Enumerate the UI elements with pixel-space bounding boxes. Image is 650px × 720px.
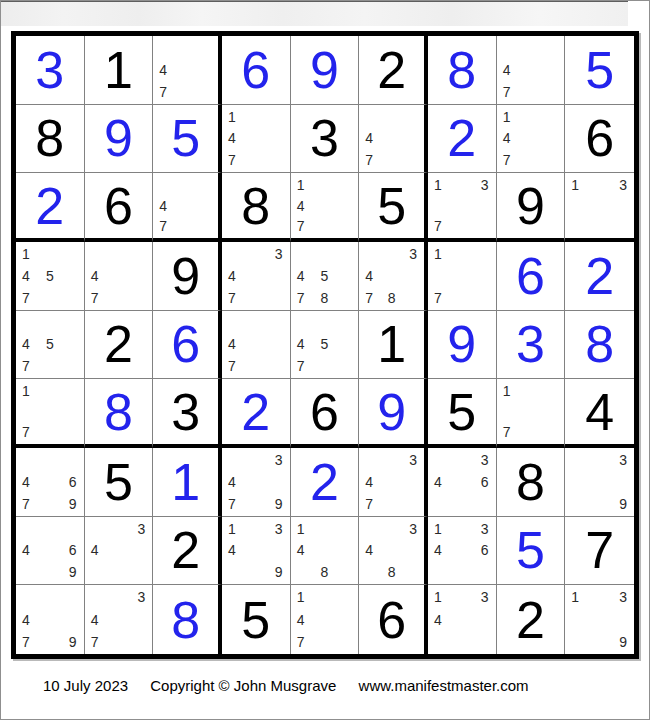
cell-r6c3[interactable]: 3 [153, 379, 222, 448]
cell-r8c5[interactable]: 148 [291, 517, 360, 586]
cell-value: 2 [516, 594, 545, 646]
candidate-digit: 7 [91, 291, 99, 305]
cell-r9c3[interactable]: 8 [153, 585, 222, 654]
candidate-digit: 7 [434, 219, 442, 233]
candidate-digit: 1 [297, 178, 305, 192]
cell-r1c1[interactable]: 3 [16, 36, 85, 105]
candidate-digit: 8 [321, 565, 329, 579]
candidate-digit: 4 [434, 475, 442, 489]
candidate-digit: 3 [481, 178, 489, 192]
pencilmarks: 148 [293, 519, 357, 583]
cell-r9c7[interactable]: 134 [428, 585, 497, 654]
cell-r3c5[interactable]: 147 [291, 173, 360, 242]
candidate-digit: 4 [228, 337, 236, 351]
cell-r8c9[interactable]: 7 [565, 517, 634, 586]
cell-r5c1[interactable]: 457 [16, 311, 85, 380]
candidate-digit: 1 [571, 590, 579, 604]
pencilmarks: 47 [361, 107, 422, 171]
candidate-digit: 5 [46, 337, 54, 351]
cell-r4c6[interactable]: 3478 [359, 242, 428, 311]
cell-value: 1 [104, 44, 133, 96]
candidate-digit: 7 [228, 497, 236, 511]
pencilmarks: 457 [18, 313, 82, 377]
candidate-digit: 7 [297, 635, 305, 649]
candidate-digit: 4 [22, 543, 30, 557]
cell-value: 2 [585, 250, 614, 302]
candidate-digit: 4 [297, 199, 305, 213]
cell-r3c4[interactable]: 8 [222, 173, 291, 242]
cell-r6c7[interactable]: 5 [428, 379, 497, 448]
candidate-digit: 4 [22, 269, 30, 283]
candidate-digit: 1 [434, 590, 442, 604]
cell-r3c6[interactable]: 5 [359, 173, 428, 242]
pencilmarks: 147 [293, 587, 357, 652]
candidate-digit: 4 [228, 131, 236, 145]
cell-r6c6[interactable]: 9 [359, 379, 428, 448]
cell-value: 8 [516, 456, 545, 508]
candidate-digit: 3 [409, 522, 417, 536]
cell-r3c1[interactable]: 2 [16, 173, 85, 242]
cell-value: 5 [585, 44, 614, 96]
cell-value: 6 [585, 112, 614, 164]
cell-value: 3 [310, 112, 339, 164]
candidate-digit: 3 [481, 453, 489, 467]
cell-value: 6 [516, 250, 545, 302]
cell-r4c5[interactable]: 4578 [291, 242, 360, 311]
candidate-digit: 9 [275, 565, 283, 579]
candidate-digit: 4 [365, 269, 373, 283]
candidate-digit: 7 [297, 359, 305, 373]
pencilmarks: 347 [224, 244, 288, 308]
cell-value: 3 [171, 386, 200, 438]
cell-r1c7[interactable]: 8 [428, 36, 497, 105]
candidate-digit: 6 [69, 475, 77, 489]
cell-value: 6 [310, 386, 339, 438]
cell-r7c5[interactable]: 2 [291, 448, 360, 517]
cell-value: 7 [585, 524, 614, 576]
candidate-digit: 1 [571, 178, 579, 192]
candidate-digit: 6 [69, 543, 77, 557]
cell-r2c6[interactable]: 47 [359, 105, 428, 174]
pencilmarks: 347 [361, 450, 422, 514]
cell-r7c3[interactable]: 1 [153, 448, 222, 517]
cell-value: 6 [171, 318, 200, 370]
cell-r2c5[interactable]: 3 [291, 105, 360, 174]
cell-r4c7[interactable]: 17 [428, 242, 497, 311]
cell-r9c5[interactable]: 147 [291, 585, 360, 654]
cell-r9c1[interactable]: 479 [16, 585, 85, 654]
candidate-digit: 7 [159, 219, 167, 233]
cell-r7c4[interactable]: 3479 [222, 448, 291, 517]
cell-r4c9[interactable]: 2 [565, 242, 634, 311]
cell-r6c1[interactable]: 17 [16, 379, 85, 448]
cell-value: 2 [241, 386, 270, 438]
cell-value: 5 [171, 112, 200, 164]
cell-r8c2[interactable]: 34 [85, 517, 154, 586]
candidate-digit: 4 [91, 269, 99, 283]
candidate-digit: 1 [434, 522, 442, 536]
cell-r9c9[interactable]: 139 [565, 585, 634, 654]
footer: 10 July 2023 Copyright © John Musgrave w… [43, 677, 529, 694]
candidate-digit: 7 [365, 153, 373, 167]
candidate-digit: 1 [22, 384, 30, 398]
candidate-digit: 7 [22, 497, 30, 511]
cell-r5c9[interactable]: 8 [565, 311, 634, 380]
cell-r2c7[interactable]: 2 [428, 105, 497, 174]
candidate-digit: 1 [503, 384, 511, 398]
candidate-digit: 6 [481, 543, 489, 557]
cell-r8c6[interactable]: 348 [359, 517, 428, 586]
cell-r7c6[interactable]: 347 [359, 448, 428, 517]
cell-r2c3[interactable]: 5 [153, 105, 222, 174]
candidate-digit: 7 [22, 635, 30, 649]
cell-r7c2[interactable]: 5 [85, 448, 154, 517]
candidate-digit: 7 [503, 153, 511, 167]
pencilmarks: 47 [87, 244, 151, 308]
candidate-digit: 3 [619, 178, 627, 192]
cell-value: 8 [585, 318, 614, 370]
candidate-digit: 3 [138, 590, 146, 604]
cell-r3c9[interactable]: 13 [565, 173, 634, 242]
candidate-digit: 9 [619, 497, 627, 511]
candidate-digit: 4 [297, 269, 305, 283]
candidate-digit: 7 [228, 291, 236, 305]
candidate-digit: 7 [503, 85, 511, 99]
cell-value: 4 [585, 386, 614, 438]
sudoku-board: 3147692847589514734721476264781475137913… [11, 31, 639, 659]
cell-value: 5 [447, 386, 476, 438]
cell-value: 2 [310, 456, 339, 508]
cell-value: 6 [377, 594, 406, 646]
cell-value: 2 [35, 180, 64, 232]
candidate-digit: 4 [297, 337, 305, 351]
pencilmarks: 147 [293, 175, 357, 236]
candidate-digit: 4 [297, 613, 305, 627]
cell-value: 8 [447, 44, 476, 96]
cell-r3c7[interactable]: 137 [428, 173, 497, 242]
candidate-digit: 9 [69, 565, 77, 579]
pencilmarks: 17 [430, 244, 494, 308]
cell-r3c8[interactable]: 9 [497, 173, 566, 242]
candidate-digit: 3 [138, 522, 146, 536]
cell-r2c4[interactable]: 147 [222, 105, 291, 174]
cell-r8c4[interactable]: 1349 [222, 517, 291, 586]
pencilmarks: 1346 [430, 519, 494, 583]
candidate-digit: 7 [365, 497, 373, 511]
candidate-digit: 8 [388, 291, 396, 305]
cell-r2c2[interactable]: 9 [85, 105, 154, 174]
candidate-digit: 4 [503, 131, 511, 145]
cell-r7c7[interactable]: 346 [428, 448, 497, 517]
candidate-digit: 4 [434, 543, 442, 557]
candidate-digit: 4 [365, 475, 373, 489]
candidate-digit: 4 [91, 613, 99, 627]
cell-value: 2 [447, 112, 476, 164]
candidate-digit: 1 [297, 590, 305, 604]
cell-r5c5[interactable]: 457 [291, 311, 360, 380]
candidate-digit: 7 [365, 291, 373, 305]
pencilmarks: 137 [430, 175, 494, 236]
candidate-digit: 4 [297, 543, 305, 557]
cell-value: 1 [377, 318, 406, 370]
candidate-digit: 1 [228, 110, 236, 124]
pencilmarks: 134 [430, 587, 494, 652]
candidate-digit: 7 [297, 291, 305, 305]
cell-r1c2[interactable]: 1 [85, 36, 154, 105]
candidate-digit: 3 [619, 590, 627, 604]
cell-r2c1[interactable]: 8 [16, 105, 85, 174]
cell-r5c3[interactable]: 6 [153, 311, 222, 380]
candidate-digit: 9 [275, 497, 283, 511]
cell-r4c3[interactable]: 9 [153, 242, 222, 311]
pencilmarks: 348 [361, 519, 422, 583]
pencilmarks: 147 [499, 107, 563, 171]
cell-r8c3[interactable]: 2 [153, 517, 222, 586]
candidate-digit: 4 [365, 131, 373, 145]
candidate-digit: 4 [159, 63, 167, 77]
cell-value: 9 [171, 250, 200, 302]
candidate-digit: 9 [69, 497, 77, 511]
cell-value: 6 [241, 44, 270, 96]
cell-r4c4[interactable]: 347 [222, 242, 291, 311]
candidate-digit: 5 [321, 269, 329, 283]
cell-r5c6[interactable]: 1 [359, 311, 428, 380]
pencilmarks: 469 [18, 519, 82, 583]
candidate-digit: 4 [228, 269, 236, 283]
candidate-digit: 7 [434, 291, 442, 305]
cell-value: 5 [241, 594, 270, 646]
pencilmarks: 4578 [293, 244, 357, 308]
pencilmarks: 457 [293, 313, 357, 377]
pencilmarks: 34 [87, 519, 151, 583]
candidate-digit: 9 [619, 635, 627, 649]
candidate-digit: 7 [228, 359, 236, 373]
cell-r7c9[interactable]: 39 [565, 448, 634, 517]
pencilmarks: 347 [87, 587, 151, 652]
pencilmarks: 1349 [224, 519, 288, 583]
candidate-digit: 9 [69, 635, 77, 649]
pencilmarks: 1457 [18, 244, 82, 308]
candidate-digit: 3 [481, 590, 489, 604]
cell-value: 8 [104, 386, 133, 438]
candidate-digit: 4 [365, 543, 373, 557]
pencilmarks: 47 [224, 313, 288, 377]
header-bar [1, 1, 628, 26]
cell-r5c4[interactable]: 47 [222, 311, 291, 380]
cell-r5c7[interactable]: 9 [428, 311, 497, 380]
pencilmarks: 3479 [224, 450, 288, 514]
cell-r7c8[interactable]: 8 [497, 448, 566, 517]
footer-copyright: Copyright © John Musgrave [150, 677, 336, 694]
cell-r1c9[interactable]: 5 [565, 36, 634, 105]
cell-value: 9 [447, 318, 476, 370]
cell-r4c2[interactable]: 47 [85, 242, 154, 311]
candidate-digit: 7 [22, 291, 30, 305]
cell-r3c3[interactable]: 47 [153, 173, 222, 242]
cell-r4c8[interactable]: 6 [497, 242, 566, 311]
cell-value: 9 [377, 386, 406, 438]
cell-r9c6[interactable]: 6 [359, 585, 428, 654]
candidate-digit: 1 [503, 110, 511, 124]
candidate-digit: 7 [22, 425, 30, 439]
candidate-digit: 3 [409, 247, 417, 261]
cell-value: 8 [171, 594, 200, 646]
candidate-digit: 5 [46, 269, 54, 283]
candidate-digit: 3 [481, 522, 489, 536]
pencilmarks: 139 [567, 587, 632, 652]
candidate-digit: 3 [275, 522, 283, 536]
candidate-digit: 8 [388, 565, 396, 579]
candidate-digit: 4 [22, 475, 30, 489]
cell-r9c8[interactable]: 2 [497, 585, 566, 654]
candidate-digit: 4 [22, 337, 30, 351]
candidate-digit: 3 [275, 453, 283, 467]
candidate-digit: 3 [275, 247, 283, 261]
cell-value: 3 [516, 318, 545, 370]
cell-r3c2[interactable]: 6 [85, 173, 154, 242]
cell-value: 2 [104, 318, 133, 370]
pencilmarks: 3478 [361, 244, 422, 308]
footer-website: www.manifestmaster.com [359, 677, 529, 694]
cell-r5c8[interactable]: 3 [497, 311, 566, 380]
cell-r8c8[interactable]: 5 [497, 517, 566, 586]
cell-value: 9 [516, 180, 545, 232]
candidate-digit: 1 [297, 522, 305, 536]
cell-r1c4[interactable]: 6 [222, 36, 291, 105]
cell-r6c8[interactable]: 17 [497, 379, 566, 448]
pencilmarks: 346 [430, 450, 494, 514]
candidate-digit: 1 [434, 178, 442, 192]
candidate-digit: 6 [481, 475, 489, 489]
pencilmarks: 147 [224, 107, 288, 171]
cell-value: 2 [377, 44, 406, 96]
cell-r6c5[interactable]: 6 [291, 379, 360, 448]
candidate-digit: 7 [503, 425, 511, 439]
pencilmarks: 47 [155, 38, 216, 102]
cell-r9c4[interactable]: 5 [222, 585, 291, 654]
cell-value: 8 [241, 180, 270, 232]
cell-value: 3 [35, 44, 64, 96]
cell-r6c2[interactable]: 8 [85, 379, 154, 448]
pencilmarks: 4679 [18, 450, 82, 514]
cell-r8c7[interactable]: 1346 [428, 517, 497, 586]
candidate-digit: 7 [228, 153, 236, 167]
cell-value: 5 [104, 456, 133, 508]
cell-r4c1[interactable]: 1457 [16, 242, 85, 311]
cell-value: 5 [377, 180, 406, 232]
cell-value: 5 [516, 524, 545, 576]
candidate-digit: 4 [228, 543, 236, 557]
candidate-digit: 4 [22, 613, 30, 627]
footer-date: 10 July 2023 [43, 677, 128, 694]
candidate-digit: 4 [503, 63, 511, 77]
cell-value: 6 [104, 180, 133, 232]
cell-r2c9[interactable]: 6 [565, 105, 634, 174]
cell-value: 9 [104, 112, 133, 164]
pencilmarks: 39 [567, 450, 632, 514]
cell-r2c8[interactable]: 147 [497, 105, 566, 174]
candidate-digit: 1 [228, 522, 236, 536]
pencilmarks: 17 [18, 381, 82, 442]
cell-r1c3[interactable]: 47 [153, 36, 222, 105]
cell-r1c8[interactable]: 47 [497, 36, 566, 105]
page: 3147692847589514734721476264781475137913… [0, 0, 650, 720]
candidate-digit: 4 [228, 475, 236, 489]
candidate-digit: 7 [297, 219, 305, 233]
cell-value: 8 [35, 112, 64, 164]
candidate-digit: 4 [91, 543, 99, 557]
cell-r6c4[interactable]: 2 [222, 379, 291, 448]
pencilmarks: 479 [18, 587, 82, 652]
pencilmarks: 47 [155, 175, 216, 236]
candidate-digit: 4 [434, 613, 442, 627]
candidate-digit: 3 [619, 453, 627, 467]
candidate-digit: 5 [321, 337, 329, 351]
candidate-digit: 4 [159, 199, 167, 213]
cell-r1c5[interactable]: 9 [291, 36, 360, 105]
cell-r9c2[interactable]: 347 [85, 585, 154, 654]
candidate-digit: 7 [159, 85, 167, 99]
pencilmarks: 47 [499, 38, 563, 102]
pencilmarks: 17 [499, 381, 563, 442]
cell-r7c1[interactable]: 4679 [16, 448, 85, 517]
pencilmarks: 13 [567, 175, 632, 236]
candidate-digit: 3 [409, 453, 417, 467]
cell-r8c1[interactable]: 469 [16, 517, 85, 586]
cell-r6c9[interactable]: 4 [565, 379, 634, 448]
cell-r1c6[interactable]: 2 [359, 36, 428, 105]
cell-value: 9 [310, 44, 339, 96]
candidate-digit: 1 [22, 247, 30, 261]
candidate-digit: 8 [321, 291, 329, 305]
candidate-digit: 7 [22, 359, 30, 373]
candidate-digit: 7 [91, 635, 99, 649]
cell-value: 1 [171, 456, 200, 508]
cell-r5c2[interactable]: 2 [85, 311, 154, 380]
cell-value: 2 [171, 524, 200, 576]
candidate-digit: 1 [434, 247, 442, 261]
